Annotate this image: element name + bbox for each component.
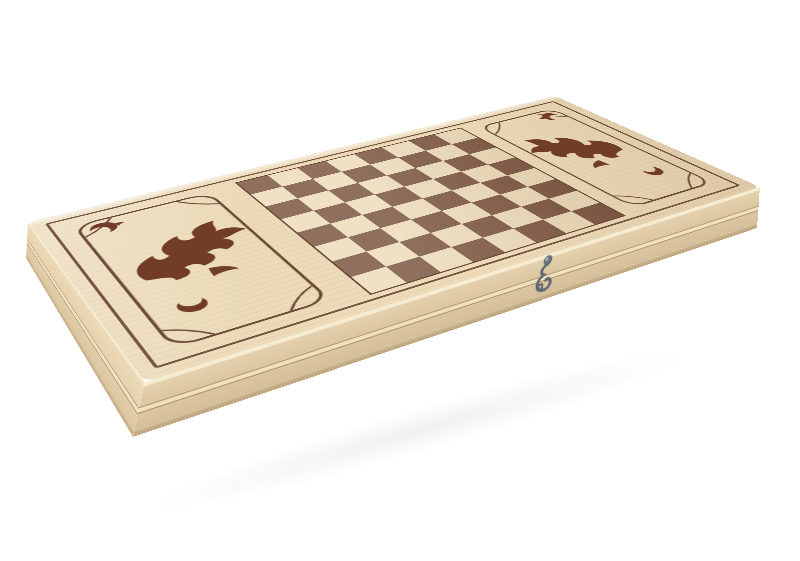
product-photo-scene [0, 0, 800, 561]
